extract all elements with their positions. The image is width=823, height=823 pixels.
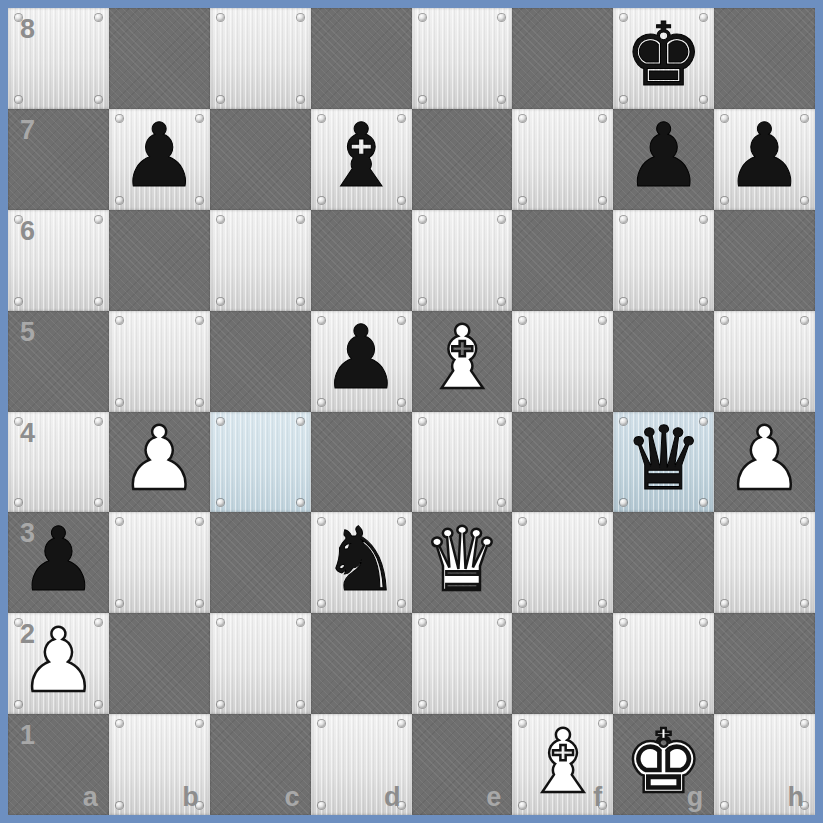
square-b3[interactable]: [109, 512, 210, 613]
square-h6[interactable]: [714, 210, 815, 311]
rivet-icon: [519, 197, 526, 204]
rivet-icon: [721, 802, 728, 809]
rivet-icon: [196, 600, 203, 607]
rivet-icon: [498, 96, 505, 103]
rivet-icon: [217, 701, 224, 708]
square-g1[interactable]: g♚: [613, 714, 714, 815]
rivet-icon: [217, 499, 224, 506]
square-b6[interactable]: [109, 210, 210, 311]
rivet-icon: [700, 216, 707, 223]
square-h3[interactable]: [714, 512, 815, 613]
square-b7[interactable]: ♟: [109, 109, 210, 210]
square-a2[interactable]: 2♟: [8, 613, 109, 714]
square-f2[interactable]: [512, 613, 613, 714]
black-knight[interactable]: ♞: [311, 512, 412, 613]
rivet-icon: [721, 317, 728, 324]
rivet-icon: [398, 720, 405, 727]
white-bishop[interactable]: ♝: [512, 714, 613, 815]
black-pawn[interactable]: ♟: [109, 109, 210, 210]
square-c7[interactable]: [210, 109, 311, 210]
rivet-icon: [700, 619, 707, 626]
white-pawn[interactable]: ♟: [714, 412, 815, 513]
square-b8[interactable]: [109, 8, 210, 109]
rivet-icon: [116, 399, 123, 406]
square-h8[interactable]: [714, 8, 815, 109]
rivet-icon: [116, 600, 123, 607]
square-d2[interactable]: [311, 613, 412, 714]
rivet-icon: [297, 499, 304, 506]
square-e7[interactable]: [412, 109, 513, 210]
square-b1[interactable]: b: [109, 714, 210, 815]
rivet-icon: [419, 701, 426, 708]
rivet-icon: [419, 418, 426, 425]
rivet-icon: [801, 317, 808, 324]
rivet-icon: [419, 499, 426, 506]
square-b4[interactable]: ♟: [109, 412, 210, 513]
rivet-icon: [801, 720, 808, 727]
square-d3[interactable]: ♞: [311, 512, 412, 613]
square-c3[interactable]: [210, 512, 311, 613]
rivet-icon: [217, 216, 224, 223]
rivet-icon: [419, 619, 426, 626]
rivet-icon: [519, 399, 526, 406]
rivet-icon: [116, 802, 123, 809]
square-f3[interactable]: [512, 512, 613, 613]
square-d6[interactable]: [311, 210, 412, 311]
black-pawn[interactable]: ♟: [311, 311, 412, 412]
rivet-icon: [217, 298, 224, 305]
rivet-icon: [519, 115, 526, 122]
rivet-icon: [196, 317, 203, 324]
rank-label-5: 5: [20, 319, 35, 346]
square-e3[interactable]: ♛: [412, 512, 513, 613]
square-d8[interactable]: [311, 8, 412, 109]
square-f6[interactable]: [512, 210, 613, 311]
square-c6[interactable]: [210, 210, 311, 311]
rivet-icon: [700, 298, 707, 305]
white-pawn[interactable]: ♟: [109, 412, 210, 513]
file-label-a: a: [83, 784, 98, 811]
rivet-icon: [721, 720, 728, 727]
square-g8[interactable]: ♚: [613, 8, 714, 109]
square-f8[interactable]: [512, 8, 613, 109]
rivet-icon: [217, 418, 224, 425]
square-b2[interactable]: [109, 613, 210, 714]
black-pawn[interactable]: ♟: [714, 109, 815, 210]
rivet-icon: [297, 701, 304, 708]
square-h5[interactable]: [714, 311, 815, 412]
rivet-icon: [116, 720, 123, 727]
rivet-icon: [297, 418, 304, 425]
rivet-icon: [599, 197, 606, 204]
rivet-icon: [498, 418, 505, 425]
square-g7[interactable]: ♟: [613, 109, 714, 210]
rivet-icon: [116, 317, 123, 324]
square-a3[interactable]: 3♟: [8, 512, 109, 613]
file-label-b: b: [182, 784, 199, 811]
square-c2[interactable]: [210, 613, 311, 714]
rivet-icon: [15, 298, 22, 305]
rank-label-1: 1: [20, 722, 35, 749]
rivet-icon: [498, 499, 505, 506]
rivet-icon: [801, 600, 808, 607]
rivet-icon: [95, 216, 102, 223]
rivet-icon: [498, 701, 505, 708]
rivet-icon: [519, 518, 526, 525]
square-e4[interactable]: [412, 412, 513, 513]
square-e8[interactable]: [412, 8, 513, 109]
square-b5[interactable]: [109, 311, 210, 412]
square-d7[interactable]: ♝: [311, 109, 412, 210]
rivet-icon: [297, 14, 304, 21]
square-h4[interactable]: ♟: [714, 412, 815, 513]
rivet-icon: [721, 399, 728, 406]
rivet-icon: [297, 96, 304, 103]
rivet-icon: [599, 600, 606, 607]
square-a1[interactable]: 1a: [8, 714, 109, 815]
white-bishop[interactable]: ♝: [412, 311, 513, 412]
rivet-icon: [519, 317, 526, 324]
square-h7[interactable]: ♟: [714, 109, 815, 210]
rivet-icon: [519, 600, 526, 607]
square-a4[interactable]: 4: [8, 412, 109, 513]
rivet-icon: [498, 14, 505, 21]
rank-label-7: 7: [20, 117, 35, 144]
rivet-icon: [196, 399, 203, 406]
square-g4[interactable]: ♛: [613, 412, 714, 513]
square-h1[interactable]: h: [714, 714, 815, 815]
square-f7[interactable]: [512, 109, 613, 210]
rivet-icon: [95, 418, 102, 425]
square-f4[interactable]: [512, 412, 613, 513]
rivet-icon: [599, 518, 606, 525]
white-pawn[interactable]: ♟: [8, 613, 109, 714]
rivet-icon: [318, 802, 325, 809]
rivet-icon: [217, 96, 224, 103]
square-f1[interactable]: f♝: [512, 714, 613, 815]
rivet-icon: [419, 96, 426, 103]
square-d5[interactable]: ♟: [311, 311, 412, 412]
file-label-e: e: [486, 784, 501, 811]
rivet-icon: [297, 298, 304, 305]
square-e1[interactable]: e: [412, 714, 513, 815]
rivet-icon: [498, 216, 505, 223]
rivet-icon: [217, 14, 224, 21]
square-d4[interactable]: [311, 412, 412, 513]
square-g3[interactable]: [613, 512, 714, 613]
black-bishop[interactable]: ♝: [311, 109, 412, 210]
rivet-icon: [599, 115, 606, 122]
rivet-icon: [620, 298, 627, 305]
rank-label-4: 4: [20, 420, 35, 447]
black-queen[interactable]: ♛: [613, 412, 714, 513]
rivet-icon: [721, 518, 728, 525]
rivet-icon: [801, 399, 808, 406]
rivet-icon: [318, 720, 325, 727]
square-f5[interactable]: [512, 311, 613, 412]
square-a8[interactable]: 8: [8, 8, 109, 109]
square-d1[interactable]: d: [311, 714, 412, 815]
square-g6[interactable]: [613, 210, 714, 311]
rivet-icon: [498, 298, 505, 305]
rivet-icon: [116, 518, 123, 525]
file-label-c: c: [285, 784, 300, 811]
rivet-icon: [498, 619, 505, 626]
black-pawn[interactable]: ♟: [613, 109, 714, 210]
square-a6[interactable]: 6: [8, 210, 109, 311]
rivet-icon: [801, 518, 808, 525]
black-pawn[interactable]: ♟: [8, 512, 109, 613]
rivet-icon: [620, 619, 627, 626]
square-c4[interactable]: [210, 412, 311, 513]
square-g5[interactable]: [613, 311, 714, 412]
rivet-icon: [95, 499, 102, 506]
rivet-icon: [217, 619, 224, 626]
rivet-icon: [15, 96, 22, 103]
square-c8[interactable]: [210, 8, 311, 109]
file-label-h: h: [788, 784, 805, 811]
rivet-icon: [297, 619, 304, 626]
file-label-d: d: [384, 784, 401, 811]
square-a5[interactable]: 5: [8, 311, 109, 412]
square-g2[interactable]: [613, 613, 714, 714]
square-e6[interactable]: [412, 210, 513, 311]
rivet-icon: [419, 14, 426, 21]
rivet-icon: [196, 518, 203, 525]
square-c1[interactable]: c: [210, 714, 311, 815]
rivet-icon: [297, 216, 304, 223]
rivet-icon: [95, 14, 102, 21]
board-frame: 8♚7♟♝♟♟65♟♝4♟♛♟3♟♞♛2♟1abcdef♝g♚h: [0, 0, 823, 823]
square-c5[interactable]: [210, 311, 311, 412]
rivet-icon: [620, 216, 627, 223]
square-h2[interactable]: [714, 613, 815, 714]
white-king[interactable]: ♚: [613, 714, 714, 815]
white-queen[interactable]: ♛: [412, 512, 513, 613]
square-e2[interactable]: [412, 613, 513, 714]
rivet-icon: [95, 298, 102, 305]
rivet-icon: [599, 399, 606, 406]
rivet-icon: [419, 216, 426, 223]
rivet-icon: [700, 701, 707, 708]
square-a7[interactable]: 7: [8, 109, 109, 210]
rivet-icon: [721, 600, 728, 607]
rank-label-8: 8: [20, 16, 35, 43]
rivet-icon: [196, 720, 203, 727]
rivet-icon: [599, 317, 606, 324]
square-e5[interactable]: ♝: [412, 311, 513, 412]
chess-board: 8♚7♟♝♟♟65♟♝4♟♛♟3♟♞♛2♟1abcdef♝g♚h: [8, 8, 815, 815]
rank-label-6: 6: [20, 218, 35, 245]
rivet-icon: [95, 96, 102, 103]
rivet-icon: [419, 298, 426, 305]
rivet-icon: [15, 499, 22, 506]
rivet-icon: [620, 701, 627, 708]
black-king[interactable]: ♚: [613, 8, 714, 109]
